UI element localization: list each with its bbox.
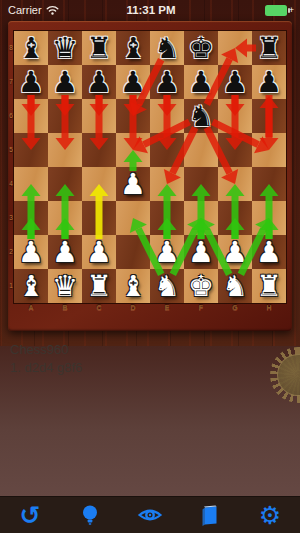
- undo-button[interactable]: ↺: [0, 497, 60, 533]
- square-e5[interactable]: [150, 133, 184, 167]
- square-g8[interactable]: [218, 31, 252, 65]
- piece-black-queen-b8[interactable]: ♛: [48, 31, 82, 65]
- book-icon: [198, 503, 222, 527]
- show-moves-button[interactable]: [120, 497, 180, 533]
- piece-white-pawn-b2[interactable]: ♟: [48, 235, 82, 269]
- piece-black-pawn-g7[interactable]: ♟: [218, 65, 252, 99]
- square-b3[interactable]: [48, 201, 82, 235]
- file-label-G: G: [218, 304, 252, 311]
- gear-icon: ⚙: [259, 503, 281, 528]
- app-screen: Carrier 11:31 PM + 87654321 ♝♛♜♝♞♚♜♟♟♟♟♟…: [0, 0, 300, 533]
- square-d6[interactable]: [116, 99, 150, 133]
- piece-black-rook-c8[interactable]: ♜: [82, 31, 116, 65]
- piece-black-pawn-f7[interactable]: ♟: [184, 65, 218, 99]
- square-g4[interactable]: [218, 167, 252, 201]
- square-a5[interactable]: [14, 133, 48, 167]
- carrier-label: Carrier: [8, 4, 42, 16]
- square-d5[interactable]: [116, 133, 150, 167]
- piece-white-knight-g1[interactable]: ♞: [218, 269, 252, 303]
- square-e6[interactable]: [150, 99, 184, 133]
- piece-black-pawn-h7[interactable]: ♟: [252, 65, 286, 99]
- square-f3[interactable]: [184, 201, 218, 235]
- square-b5[interactable]: [48, 133, 82, 167]
- variant-label: Chess960: [10, 341, 82, 359]
- piece-white-bishop-d1[interactable]: ♝: [116, 269, 150, 303]
- square-g5[interactable]: [218, 133, 252, 167]
- clock: 11:31 PM: [98, 4, 204, 16]
- piece-black-pawn-d7[interactable]: ♟: [116, 65, 150, 99]
- settings-button[interactable]: ⚙: [240, 497, 300, 533]
- square-h4[interactable]: [252, 167, 286, 201]
- square-c4[interactable]: [82, 167, 116, 201]
- eye-icon: [137, 503, 163, 527]
- square-b6[interactable]: [48, 99, 82, 133]
- square-h6[interactable]: [252, 99, 286, 133]
- piece-black-pawn-b7[interactable]: ♟: [48, 65, 82, 99]
- piece-black-bishop-a8[interactable]: ♝: [14, 31, 48, 65]
- square-d3[interactable]: [116, 201, 150, 235]
- lightbulb-icon: [78, 503, 102, 527]
- square-c6[interactable]: [82, 99, 116, 133]
- piece-white-queen-b1[interactable]: ♛: [48, 269, 82, 303]
- piece-white-pawn-f2[interactable]: ♟: [184, 235, 218, 269]
- square-f5[interactable]: [184, 133, 218, 167]
- piece-black-knight-f6[interactable]: ♞: [184, 99, 218, 133]
- square-a3[interactable]: [14, 201, 48, 235]
- piece-white-pawn-c2[interactable]: ♟: [82, 235, 116, 269]
- piece-black-king-f8[interactable]: ♚: [184, 31, 218, 65]
- square-e4[interactable]: [150, 167, 184, 201]
- piece-white-rook-h1[interactable]: ♜: [252, 269, 286, 303]
- opening-book-button[interactable]: [180, 497, 240, 533]
- square-e3[interactable]: [150, 201, 184, 235]
- piece-black-bishop-d8[interactable]: ♝: [116, 31, 150, 65]
- square-a6[interactable]: [14, 99, 48, 133]
- piece-black-knight-e8[interactable]: ♞: [150, 31, 184, 65]
- battery-icon: [265, 5, 287, 16]
- file-label-A: A: [14, 304, 48, 311]
- square-a4[interactable]: [14, 167, 48, 201]
- file-label-H: H: [252, 304, 286, 311]
- wifi-icon: [46, 5, 59, 15]
- file-label-D: D: [116, 304, 150, 311]
- file-labels: ABCDEFGH: [14, 304, 286, 316]
- status-bar: Carrier 11:31 PM +: [0, 0, 300, 20]
- square-g6[interactable]: [218, 99, 252, 133]
- hint-button[interactable]: [60, 497, 120, 533]
- bottom-toolbar: ↺ ⚙: [0, 496, 300, 533]
- piece-white-pawn-d4[interactable]: ♟: [116, 167, 150, 201]
- board-squares[interactable]: ♝♛♜♝♞♚♜♟♟♟♟♟♟♟♟♞♟♟♟♟♟♟♟♟♝♛♜♝♞♚♞♜: [14, 31, 286, 303]
- piece-white-pawn-h2[interactable]: ♟: [252, 235, 286, 269]
- square-c3[interactable]: [82, 201, 116, 235]
- square-g3[interactable]: [218, 201, 252, 235]
- file-label-C: C: [82, 304, 116, 311]
- file-label-F: F: [184, 304, 218, 311]
- piece-white-pawn-g2[interactable]: ♟: [218, 235, 252, 269]
- chess-board[interactable]: 87654321 ♝♛♜♝♞♚♜♟♟♟♟♟♟♟♟♞♟♟♟♟♟♟♟♟♝♛♜♝♞♚♞…: [8, 21, 292, 331]
- piece-black-pawn-c7[interactable]: ♟: [82, 65, 116, 99]
- piece-black-rook-h8[interactable]: ♜: [252, 31, 286, 65]
- file-label-B: B: [48, 304, 82, 311]
- square-b4[interactable]: [48, 167, 82, 201]
- piece-white-king-f1[interactable]: ♚: [184, 269, 218, 303]
- piece-black-pawn-a7[interactable]: ♟: [14, 65, 48, 99]
- square-h5[interactable]: [252, 133, 286, 167]
- move-list: 1. d2d4 g8f6: [10, 359, 82, 377]
- undo-icon: ↺: [20, 503, 41, 528]
- piece-white-pawn-e2[interactable]: ♟: [150, 235, 184, 269]
- piece-black-pawn-e7[interactable]: ♟: [150, 65, 184, 99]
- square-c5[interactable]: [82, 133, 116, 167]
- square-h3[interactable]: [252, 201, 286, 235]
- piece-white-rook-c1[interactable]: ♜: [82, 269, 116, 303]
- piece-white-pawn-a2[interactable]: ♟: [14, 235, 48, 269]
- piece-white-knight-e1[interactable]: ♞: [150, 269, 184, 303]
- game-info: Chess960 1. d2d4 g8f6: [10, 341, 82, 377]
- piece-white-bishop-a1[interactable]: ♝: [14, 269, 48, 303]
- square-d2[interactable]: [116, 235, 150, 269]
- square-f4[interactable]: [184, 167, 218, 201]
- file-label-E: E: [150, 304, 184, 311]
